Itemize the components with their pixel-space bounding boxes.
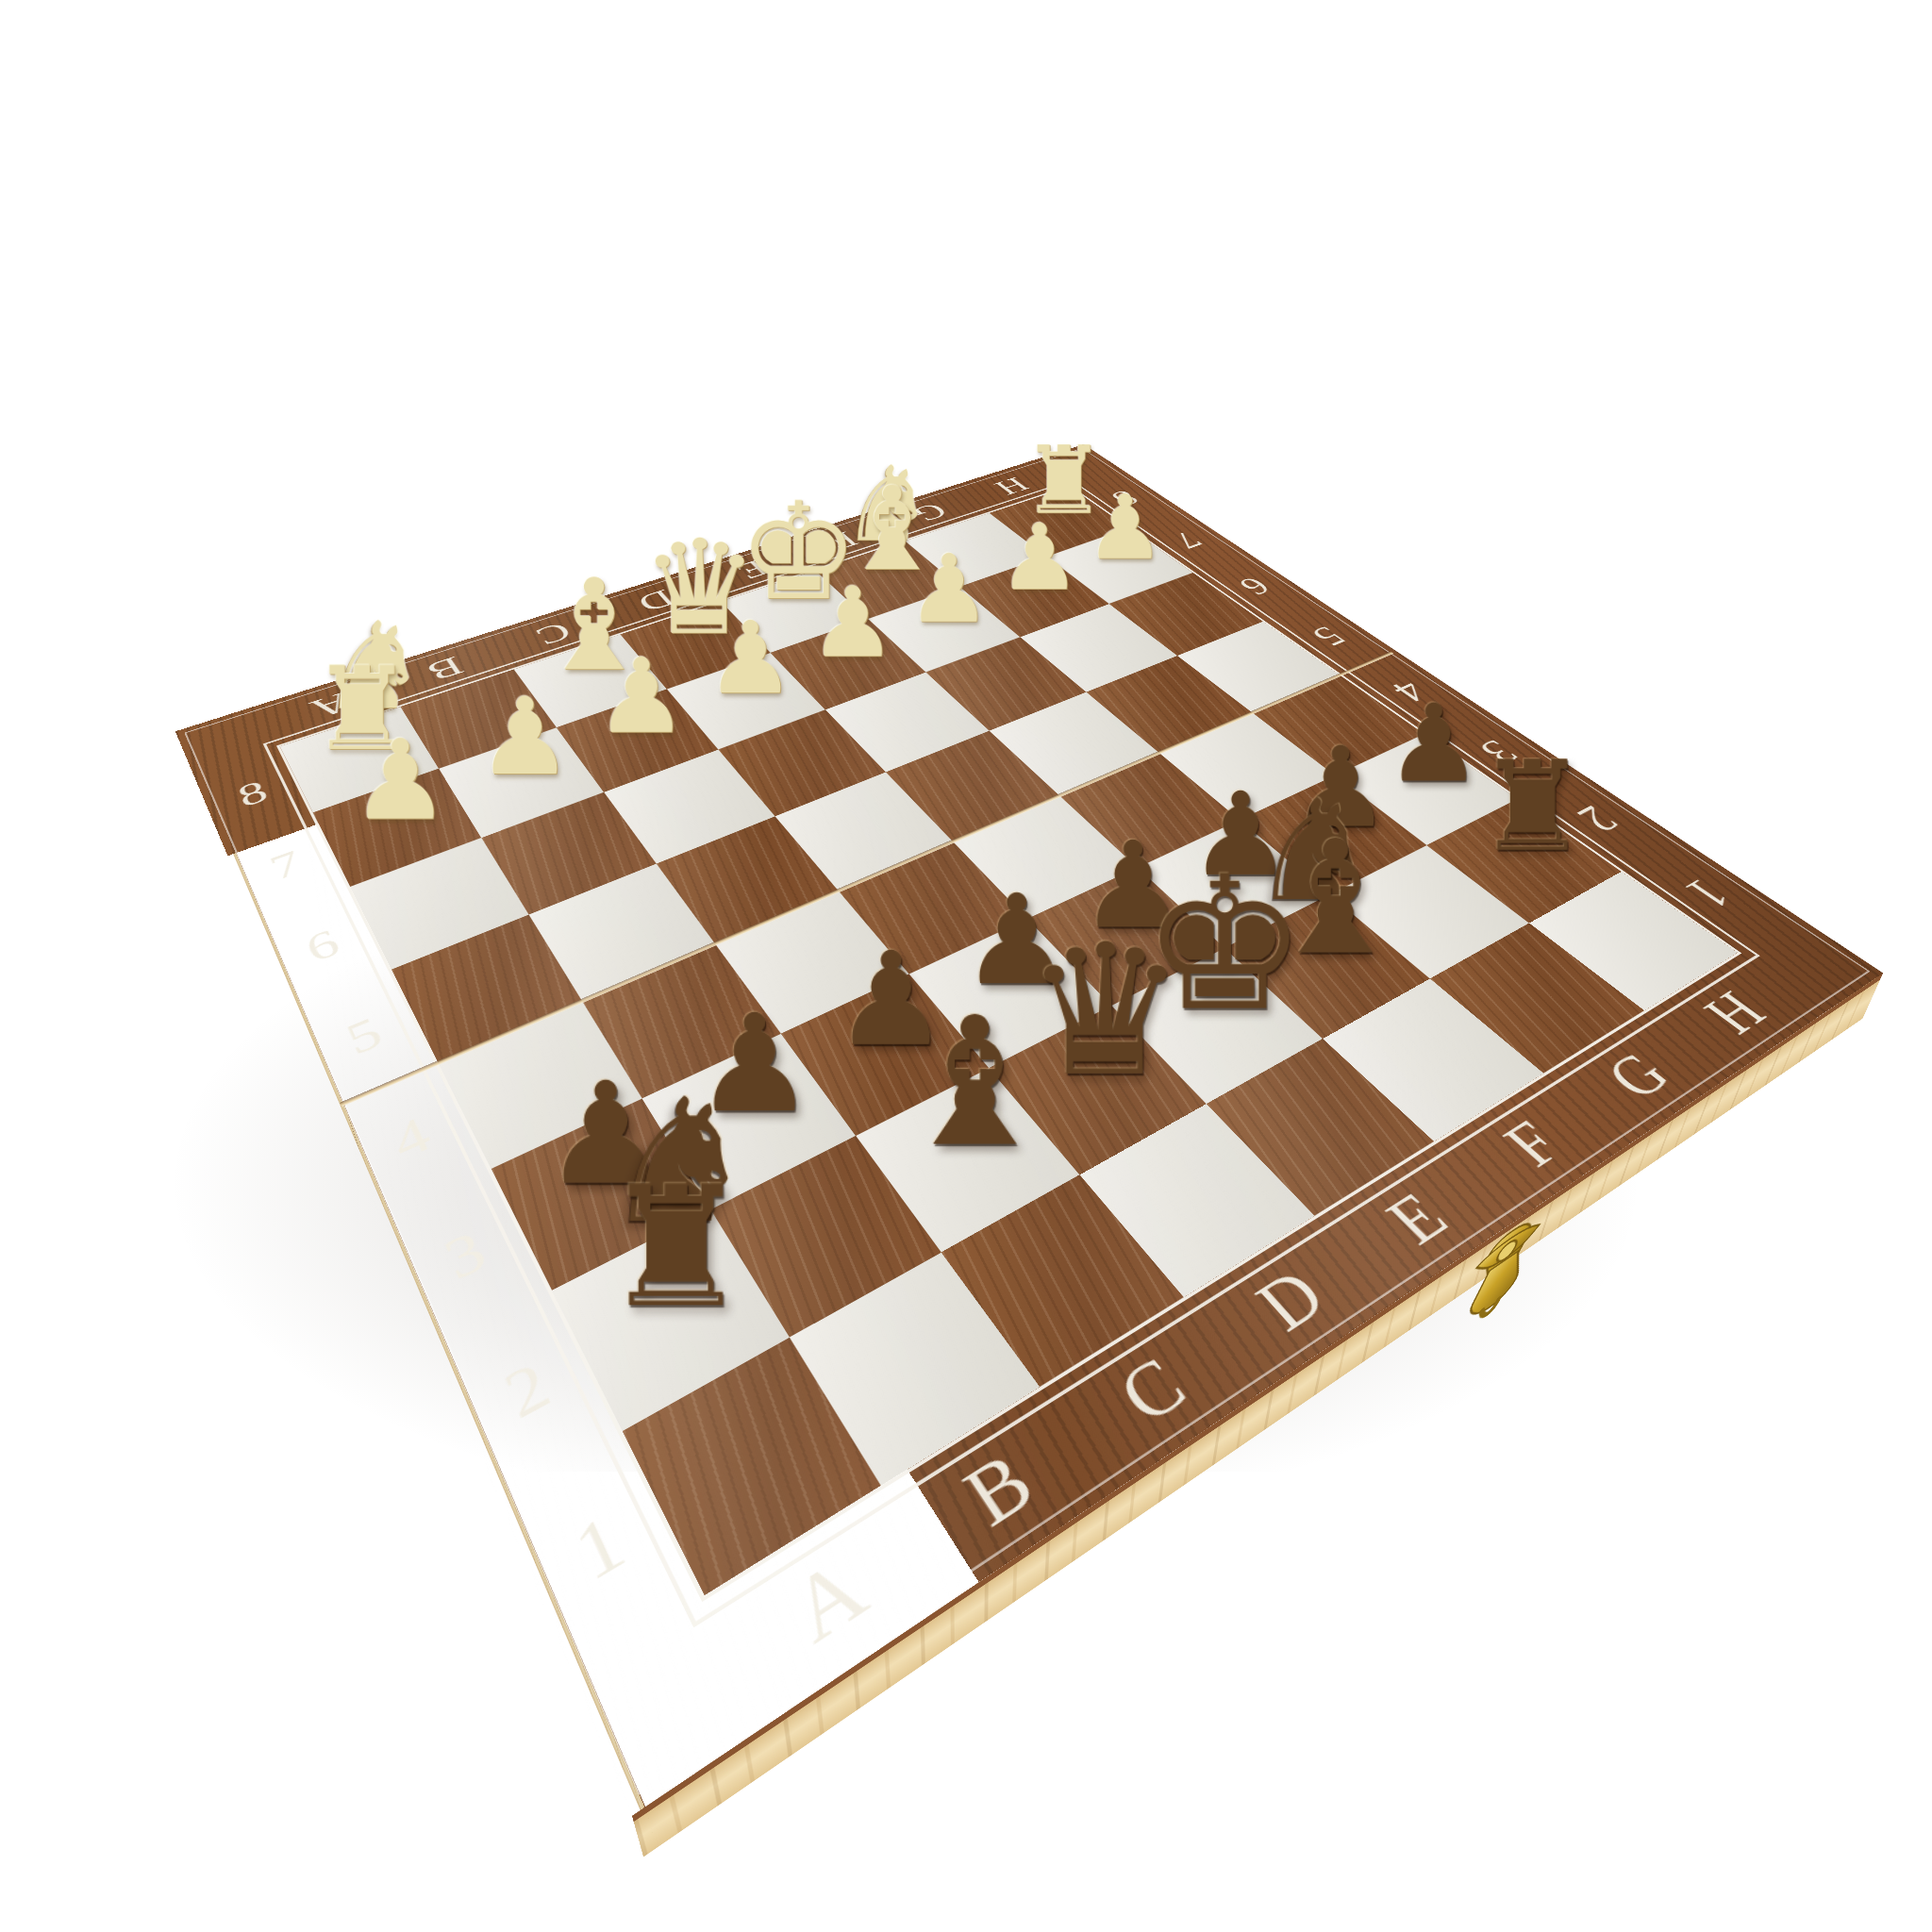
file-label-h: H (1687, 979, 1782, 1046)
light-pawn-d7: ♟ (706, 612, 795, 704)
file-label-c: C (1101, 1339, 1203, 1441)
file-label-d: D (1239, 1253, 1342, 1348)
rank-label-far-7: 7 (1164, 527, 1209, 554)
rank-label-far-1: 1 (1673, 871, 1743, 917)
file-label-g: G (1589, 1039, 1686, 1111)
rank-label-8: 8 (232, 774, 273, 814)
light-pawn-g7: ♟ (998, 516, 1080, 600)
square-h1 (1529, 872, 1738, 1010)
rank-label-2: 2 (494, 1347, 560, 1433)
light-pawn-e7: ♟ (809, 578, 896, 667)
dark-rook-h2: ♜ (1476, 750, 1589, 865)
rank-label-far-6: 6 (1230, 572, 1279, 600)
rank-label-7: 7 (264, 843, 308, 888)
light-pawn-b7: ♟ (476, 688, 572, 786)
light-pawn-a7: ♟ (350, 730, 449, 832)
light-pawn-f7: ♟ (907, 546, 991, 633)
board-grid: ♜♞♝♛♚♝♞♜♟♟♟♟♟♟♟♟♟♟♟♟♟♟♟♟♜♞♝♛♚♝♞♜ (280, 487, 1738, 1596)
file-label-e: E (1369, 1177, 1464, 1259)
rank-label-1: 1 (563, 1497, 637, 1598)
dark-bishop-c2: ♝ (894, 1001, 1054, 1165)
file-label-far-b: B (421, 650, 470, 687)
light-pawn-h7: ♟ (1085, 487, 1164, 568)
light-pawn-c7: ♟ (594, 649, 687, 744)
board-top: ♜♞♝♛♚♝♞♜♟♟♟♟♟♟♟♟♟♟♟♟♟♟♟♟♜♞♝♛♚♝♞♜ ABCDEFG… (175, 444, 1883, 1816)
file-label-a: A (774, 1536, 883, 1665)
rank-label-5: 5 (339, 1008, 390, 1064)
file-label-b: B (947, 1433, 1051, 1546)
rank-label-far-5: 5 (1303, 621, 1355, 652)
rank-label-3: 3 (435, 1219, 495, 1292)
product-photo: ♜♞♝♛♚♝♞♜♟♟♟♟♟♟♟♟♟♟♟♟♟♟♟♟♜♞♝♛♚♝♞♜ ABCDEFG… (0, 0, 1932, 1932)
rank-label-4: 4 (384, 1107, 439, 1171)
chess-board: ♜♞♝♛♚♝♞♜♟♟♟♟♟♟♟♟♟♟♟♟♟♟♟♟♜♞♝♛♚♝♞♜ ABCDEFG… (175, 444, 1883, 1816)
rank-label-6: 6 (299, 921, 346, 971)
file-label-f: F (1486, 1107, 1577, 1180)
scene: ♜♞♝♛♚♝♞♜♟♟♟♟♟♟♟♟♟♟♟♟♟♟♟♟♜♞♝♛♚♝♞♜ ABCDEFG… (0, 0, 1932, 1932)
dark-rook-a2: ♜ (601, 1172, 751, 1325)
dark-pawn-h3: ♟ (1386, 694, 1482, 793)
